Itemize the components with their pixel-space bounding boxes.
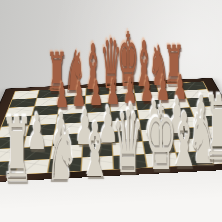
white-bishop-glyph: ♝	[79, 113, 111, 188]
chess-set-photo: ♜♞♝♛♚♝♞♜♟♟♟♟♟♟♟♟♟♟♟♟♟♟♟♟♜♞♝♛♚♝♞♜	[0, 0, 222, 222]
white-queen-glyph: ♛	[112, 100, 144, 186]
white-knight-glyph: ♞	[46, 118, 78, 191]
white-rook-glyph: ♜	[1, 107, 33, 195]
white-rook-glyph: ♜	[203, 85, 222, 173]
